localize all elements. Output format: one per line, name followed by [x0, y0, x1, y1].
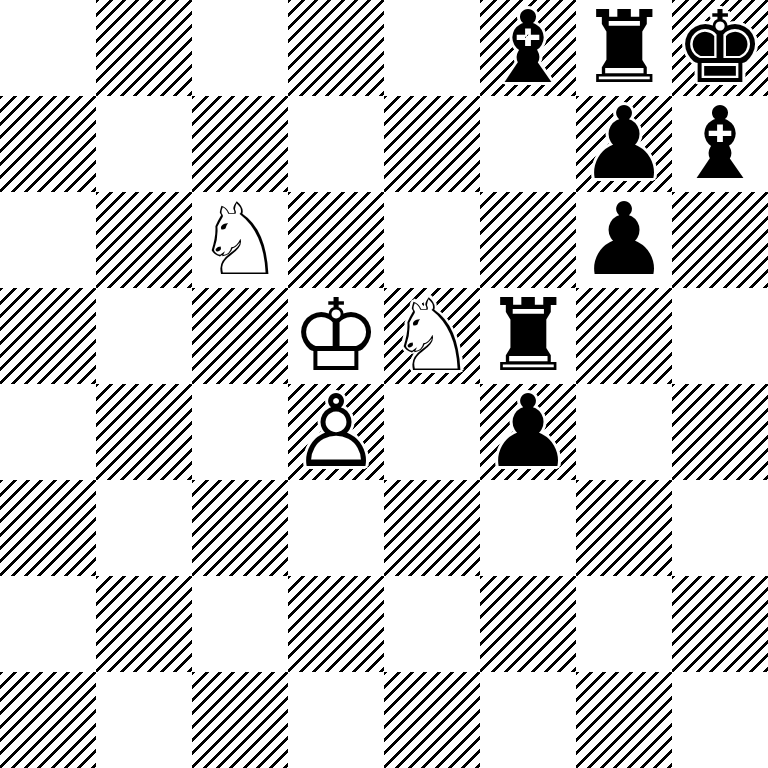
square-g6[interactable]: ♟♟ — [576, 192, 672, 288]
square-c3[interactable] — [192, 480, 288, 576]
piece-black-rook[interactable]: ♜♜ — [480, 288, 576, 384]
piece-black-pawn[interactable]: ♟♟ — [576, 192, 672, 288]
square-f1[interactable] — [480, 672, 576, 768]
piece-black-bishop[interactable]: ♝♝ — [672, 96, 768, 192]
square-c1[interactable] — [192, 672, 288, 768]
piece-white-king[interactable]: ♚♔ — [288, 288, 384, 384]
square-d7[interactable] — [288, 96, 384, 192]
square-b6[interactable] — [96, 192, 192, 288]
square-b7[interactable] — [96, 96, 192, 192]
white-knight-glyph: ♘ — [384, 288, 480, 384]
square-d2[interactable] — [288, 576, 384, 672]
square-d5[interactable]: ♚♔ — [288, 288, 384, 384]
piece-black-king[interactable]: ♚♚ — [672, 0, 768, 96]
piece-black-pawn[interactable]: ♟♟ — [576, 96, 672, 192]
square-h1[interactable] — [672, 672, 768, 768]
square-e5[interactable]: ♞♘ — [384, 288, 480, 384]
square-b5[interactable] — [96, 288, 192, 384]
piece-black-pawn[interactable]: ♟♟ — [480, 384, 576, 480]
square-b3[interactable] — [96, 480, 192, 576]
square-h7[interactable]: ♝♝ — [672, 96, 768, 192]
black-bishop-glyph: ♝ — [480, 0, 576, 96]
black-rook-glyph: ♜ — [480, 288, 576, 384]
square-a4[interactable] — [0, 384, 96, 480]
square-f4[interactable]: ♟♟ — [480, 384, 576, 480]
square-g3[interactable] — [576, 480, 672, 576]
square-h3[interactable] — [672, 480, 768, 576]
square-c8[interactable] — [192, 0, 288, 96]
square-g2[interactable] — [576, 576, 672, 672]
square-d4[interactable]: ♟♙ — [288, 384, 384, 480]
square-h5[interactable] — [672, 288, 768, 384]
square-b4[interactable] — [96, 384, 192, 480]
square-h2[interactable] — [672, 576, 768, 672]
white-knight-glyph: ♘ — [192, 192, 288, 288]
square-a2[interactable] — [0, 576, 96, 672]
square-e8[interactable] — [384, 0, 480, 96]
square-f3[interactable] — [480, 480, 576, 576]
square-b8[interactable] — [96, 0, 192, 96]
black-king-glyph: ♚ — [672, 0, 768, 96]
white-pawn-glyph: ♙ — [288, 384, 384, 480]
piece-white-knight[interactable]: ♞♘ — [384, 288, 480, 384]
square-h8[interactable]: ♚♚ — [672, 0, 768, 96]
square-f5[interactable]: ♜♜ — [480, 288, 576, 384]
square-e3[interactable] — [384, 480, 480, 576]
square-f8[interactable]: ♝♝ — [480, 0, 576, 96]
square-a6[interactable] — [0, 192, 96, 288]
square-d8[interactable] — [288, 0, 384, 96]
square-b1[interactable] — [96, 672, 192, 768]
square-f6[interactable] — [480, 192, 576, 288]
square-g1[interactable] — [576, 672, 672, 768]
black-rook-glyph: ♜ — [576, 0, 672, 96]
black-pawn-glyph: ♟ — [576, 192, 672, 288]
square-e6[interactable] — [384, 192, 480, 288]
black-pawn-glyph: ♟ — [480, 384, 576, 480]
square-e4[interactable] — [384, 384, 480, 480]
piece-black-rook[interactable]: ♜♜ — [576, 0, 672, 96]
square-c5[interactable] — [192, 288, 288, 384]
square-a8[interactable] — [0, 0, 96, 96]
piece-white-pawn[interactable]: ♟♙ — [288, 384, 384, 480]
black-bishop-glyph: ♝ — [672, 96, 768, 192]
square-h6[interactable] — [672, 192, 768, 288]
square-g7[interactable]: ♟♟ — [576, 96, 672, 192]
square-c4[interactable] — [192, 384, 288, 480]
square-c7[interactable] — [192, 96, 288, 192]
piece-white-knight[interactable]: ♞♘ — [192, 192, 288, 288]
black-pawn-glyph: ♟ — [576, 96, 672, 192]
square-g5[interactable] — [576, 288, 672, 384]
square-c2[interactable] — [192, 576, 288, 672]
square-d3[interactable] — [288, 480, 384, 576]
square-a3[interactable] — [0, 480, 96, 576]
square-e1[interactable] — [384, 672, 480, 768]
square-e2[interactable] — [384, 576, 480, 672]
square-c6[interactable]: ♞♘ — [192, 192, 288, 288]
chess-board: ♝♝♜♜♚♚♟♟♝♝♞♘♟♟♚♔♞♘♜♜♟♙♟♟ — [0, 0, 768, 768]
square-a5[interactable] — [0, 288, 96, 384]
square-f2[interactable] — [480, 576, 576, 672]
square-f7[interactable] — [480, 96, 576, 192]
square-g4[interactable] — [576, 384, 672, 480]
square-d1[interactable] — [288, 672, 384, 768]
white-king-glyph: ♔ — [288, 288, 384, 384]
square-h4[interactable] — [672, 384, 768, 480]
piece-black-bishop[interactable]: ♝♝ — [480, 0, 576, 96]
square-d6[interactable] — [288, 192, 384, 288]
square-e7[interactable] — [384, 96, 480, 192]
square-g8[interactable]: ♜♜ — [576, 0, 672, 96]
square-a7[interactable] — [0, 96, 96, 192]
square-b2[interactable] — [96, 576, 192, 672]
square-a1[interactable] — [0, 672, 96, 768]
